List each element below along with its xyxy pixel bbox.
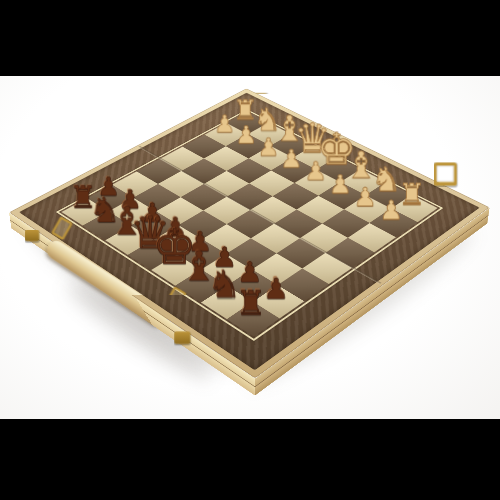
handle-mount-icon	[51, 216, 73, 240]
brass-latch-icon	[434, 162, 457, 185]
chess-piece-white-pawn: ♟	[368, 197, 415, 223]
carry-handle	[39, 216, 203, 293]
brass-clasp-icon	[25, 230, 39, 241]
letterbox-bottom	[0, 419, 500, 500]
brass-clasp-icon	[174, 331, 190, 344]
letterbox-top	[0, 0, 500, 76]
chess-piece-black-rook: ♜	[225, 287, 277, 321]
chess-case: ♜♞♝♛♚♝♞♜♟♟♟♟♟♟♟♟♟♟♟♟♟♟♟♟♜♞♝♛♚♝♞♜	[9, 88, 490, 378]
